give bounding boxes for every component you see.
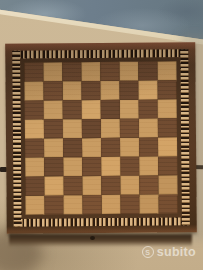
board-square-g3 — [139, 157, 158, 176]
board-square-b4 — [44, 138, 63, 157]
board-square-c4 — [63, 138, 82, 157]
board-square-e3 — [101, 157, 120, 176]
board-square-e4 — [101, 138, 120, 157]
board-square-a8 — [24, 63, 43, 82]
board-square-a1 — [26, 195, 45, 214]
board-square-h1 — [158, 194, 177, 213]
watermark-text: subito — [157, 245, 196, 259]
subito-logo-icon: S — [142, 246, 154, 258]
board-square-h8 — [157, 61, 176, 80]
board-square-e1 — [101, 195, 120, 214]
board-square-b7 — [44, 81, 63, 100]
board-square-g5 — [139, 119, 158, 138]
board-square-e5 — [101, 119, 120, 138]
board-square-c1 — [63, 195, 82, 214]
board-square-b1 — [44, 195, 63, 214]
board-square-b5 — [44, 119, 63, 138]
board-square-g1 — [139, 195, 158, 214]
watermark: S subito — [142, 245, 196, 259]
board-square-c2 — [63, 176, 82, 195]
board-square-b6 — [44, 100, 63, 119]
board-square-f3 — [120, 157, 139, 176]
board-square-f2 — [120, 176, 139, 195]
board-square-d2 — [82, 176, 101, 195]
board-square-f4 — [120, 138, 139, 157]
board-square-d8 — [81, 62, 100, 81]
board-square-h5 — [158, 118, 177, 137]
board-square-d6 — [82, 100, 101, 119]
board-square-h6 — [158, 99, 177, 118]
rope-border-right — [180, 49, 190, 225]
board-square-g4 — [139, 138, 158, 157]
board-square-h4 — [158, 137, 177, 156]
board-square-e2 — [101, 176, 120, 195]
board-square-a6 — [25, 100, 44, 119]
board-square-g6 — [139, 100, 158, 119]
board-square-h2 — [158, 175, 177, 194]
board-square-a4 — [25, 138, 44, 157]
chess-board — [5, 42, 197, 234]
keyhole-knob — [90, 236, 95, 240]
board-square-d5 — [82, 119, 101, 138]
board-square-f6 — [120, 100, 139, 119]
board-square-g8 — [138, 62, 157, 81]
board-square-a5 — [25, 119, 44, 138]
board-square-g7 — [139, 81, 158, 100]
board-square-c3 — [63, 157, 82, 176]
board-square-a2 — [25, 176, 44, 195]
board-square-f5 — [120, 119, 139, 138]
board-square-a7 — [25, 81, 44, 100]
board-square-f8 — [119, 62, 138, 81]
board-square-f7 — [120, 81, 139, 100]
board-square-d1 — [82, 195, 101, 214]
photo-scene: S subito — [0, 0, 203, 270]
board-square-e7 — [101, 81, 120, 100]
board-square-h3 — [158, 156, 177, 175]
board-square-c8 — [62, 62, 81, 81]
board-square-c5 — [63, 119, 82, 138]
board-square-f1 — [120, 195, 139, 214]
board-square-d4 — [82, 138, 101, 157]
board-square-c6 — [63, 100, 82, 119]
rope-border-bottom — [14, 217, 190, 227]
board-grid — [24, 61, 177, 214]
board-square-b8 — [43, 62, 62, 81]
board-square-b2 — [44, 176, 63, 195]
board-square-g2 — [139, 176, 158, 195]
board-square-h7 — [158, 80, 177, 99]
board-square-a3 — [25, 157, 44, 176]
board-square-e6 — [101, 100, 120, 119]
board-square-b3 — [44, 157, 63, 176]
board-square-c7 — [63, 81, 82, 100]
board-square-d3 — [82, 157, 101, 176]
board-square-d7 — [82, 81, 101, 100]
board-square-e8 — [100, 62, 119, 81]
